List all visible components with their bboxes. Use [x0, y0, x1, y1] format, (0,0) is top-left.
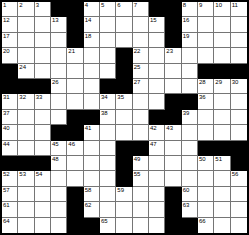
clue-number-32: 32: [19, 94, 26, 101]
crossword-puzzle: 1234567891011121314151617181920212223242…: [0, 0, 249, 235]
cell-r14c1[interactable]: 61: [2, 202, 18, 217]
cell-r8c3[interactable]: [35, 110, 51, 125]
cell-r6c14[interactable]: 29: [214, 79, 230, 94]
cell-r12c15[interactable]: 56: [231, 171, 247, 186]
cell-r15c1[interactable]: 64: [2, 218, 18, 233]
black-cell-r8c11: [165, 110, 181, 125]
black-cell-r6c1: [2, 79, 18, 94]
cell-r13c9[interactable]: [133, 187, 149, 202]
clue-number-31: 31: [3, 94, 10, 101]
cell-r14c7[interactable]: [100, 202, 116, 217]
black-cell-r5c15: [231, 64, 247, 79]
cell-r1c9[interactable]: 7: [133, 2, 149, 17]
cell-r2c12[interactable]: 16: [182, 17, 198, 32]
cell-r8c8[interactable]: [116, 110, 132, 125]
black-cell-r5c14: [214, 64, 230, 79]
black-cell-r5c1: [2, 64, 18, 79]
cell-r9c7[interactable]: [100, 125, 116, 140]
cell-r10c12[interactable]: [182, 141, 198, 156]
cell-r13c7[interactable]: [100, 187, 116, 202]
cell-r11c13[interactable]: 50: [198, 156, 214, 171]
cell-r7c10[interactable]: [149, 94, 165, 109]
clue-number-21: 21: [68, 48, 75, 55]
cell-r14c6[interactable]: 62: [84, 202, 100, 217]
clue-number-9: 9: [199, 2, 202, 9]
black-cell-r9c5: [67, 125, 83, 140]
cell-r8c9[interactable]: [133, 110, 149, 125]
cell-r8c15[interactable]: [231, 110, 247, 125]
cell-r3c2[interactable]: [18, 33, 34, 48]
cell-r13c4[interactable]: [51, 187, 67, 202]
cell-r10c10[interactable]: 47: [149, 141, 165, 156]
cell-r5c5[interactable]: [67, 64, 83, 79]
cell-r5c12[interactable]: [182, 64, 198, 79]
cell-r7c2[interactable]: 32: [18, 94, 34, 109]
cell-r7c1[interactable]: 31: [2, 94, 18, 109]
cell-r2c6[interactable]: 14: [84, 17, 100, 32]
clue-number-56: 56: [232, 171, 239, 178]
cell-r3c4[interactable]: [51, 33, 67, 48]
cell-r8c1[interactable]: 37: [2, 110, 18, 125]
black-cell-r11c8: [116, 156, 132, 171]
clue-number-24: 24: [19, 64, 26, 71]
cell-r10c2[interactable]: [18, 141, 34, 156]
cell-r5c10[interactable]: [149, 64, 165, 79]
clue-number-19: 19: [183, 33, 190, 40]
cell-r15c3[interactable]: [35, 218, 51, 233]
cell-r3c3[interactable]: [35, 33, 51, 48]
clue-number-23: 23: [166, 48, 173, 55]
clue-number-65: 65: [101, 218, 108, 225]
cell-r4c1[interactable]: 20: [2, 48, 18, 63]
cell-r1c1[interactable]: 1: [2, 2, 18, 17]
cell-r8c12[interactable]: 39: [182, 110, 198, 125]
cell-r13c10[interactable]: [149, 187, 165, 202]
cell-r6c9[interactable]: 27: [133, 79, 149, 94]
cell-r4c10[interactable]: [149, 48, 165, 63]
black-cell-r11c15: [231, 156, 247, 171]
cell-r3c1[interactable]: 17: [2, 33, 18, 48]
cell-r14c12[interactable]: 63: [182, 202, 198, 217]
cell-r8c7[interactable]: 38: [100, 110, 116, 125]
cell-r11c5[interactable]: [67, 156, 83, 171]
cell-r11c14[interactable]: 51: [214, 156, 230, 171]
cell-r2c7[interactable]: [100, 17, 116, 32]
cell-r14c8[interactable]: [116, 202, 132, 217]
black-cell-r9c4: [51, 125, 67, 140]
cell-r3c9[interactable]: [133, 33, 149, 48]
cell-r3c8[interactable]: [116, 33, 132, 48]
cell-r7c6[interactable]: [84, 94, 100, 109]
clue-number-11: 11: [232, 2, 238, 9]
cell-r10c3[interactable]: [35, 141, 51, 156]
clue-number-46: 46: [68, 141, 75, 148]
clue-number-43: 43: [166, 125, 173, 132]
black-cell-r11c1: [2, 156, 18, 171]
clue-number-15: 15: [150, 17, 157, 24]
clue-number-51: 51: [215, 156, 222, 163]
black-cell-r13c11: [165, 187, 181, 202]
black-cell-r11c2: [18, 156, 34, 171]
cell-r8c2[interactable]: [18, 110, 34, 125]
cell-r8c13[interactable]: [198, 110, 214, 125]
cell-r4c14[interactable]: [214, 48, 230, 63]
black-cell-r3c5: [67, 33, 83, 48]
cell-r2c3[interactable]: [35, 17, 51, 32]
cell-r11c6[interactable]: [84, 156, 100, 171]
cell-r15c13[interactable]: 66: [198, 218, 214, 233]
cell-r4c9[interactable]: 22: [133, 48, 149, 63]
cell-r12c2[interactable]: 53: [18, 171, 34, 186]
cell-r5c3[interactable]: [35, 64, 51, 79]
black-cell-r6c7: [100, 79, 116, 94]
cell-r10c5[interactable]: 46: [67, 141, 83, 156]
cell-r14c10[interactable]: [149, 202, 165, 217]
cell-r12c9[interactable]: 55: [133, 171, 149, 186]
cell-r12c13[interactable]: [198, 171, 214, 186]
black-cell-r15c12: [182, 218, 198, 233]
black-cell-r15c11: [165, 218, 181, 233]
cell-r15c14[interactable]: [214, 218, 230, 233]
clue-number-37: 37: [3, 110, 10, 117]
black-cell-r6c2: [18, 79, 34, 94]
clue-number-45: 45: [52, 141, 59, 148]
cell-r9c1[interactable]: 40: [2, 125, 18, 140]
cell-r5c4[interactable]: [51, 64, 67, 79]
cell-r15c15[interactable]: [231, 218, 247, 233]
clue-number-10: 10: [215, 2, 222, 9]
cell-r6c12[interactable]: [182, 79, 198, 94]
cell-r15c8[interactable]: [116, 218, 132, 233]
clue-number-63: 63: [183, 202, 190, 209]
cell-r14c2[interactable]: [18, 202, 34, 217]
cell-r7c5[interactable]: [67, 94, 83, 109]
cell-r12c4[interactable]: [51, 171, 67, 186]
black-cell-r1c10: [149, 2, 165, 17]
clue-number-33: 33: [36, 94, 43, 101]
clue-number-42: 42: [150, 125, 157, 132]
clue-number-44: 44: [3, 141, 10, 148]
clue-number-54: 54: [36, 171, 43, 178]
black-cell-r15c6: [84, 218, 100, 233]
clue-number-7: 7: [134, 2, 137, 9]
clue-number-14: 14: [85, 17, 92, 24]
black-cell-r7c12: [182, 94, 198, 109]
cell-r9c12[interactable]: [182, 125, 198, 140]
clue-number-18: 18: [85, 33, 92, 40]
cell-r15c9[interactable]: [133, 218, 149, 233]
cell-r12c5[interactable]: [67, 171, 83, 186]
clue-number-62: 62: [85, 202, 92, 209]
cell-r9c9[interactable]: [133, 125, 149, 140]
cell-r4c7[interactable]: [100, 48, 116, 63]
cell-r10c1[interactable]: 44: [2, 141, 18, 156]
cell-r10c11[interactable]: [165, 141, 181, 156]
cell-r7c3[interactable]: 33: [35, 94, 51, 109]
cell-r7c4[interactable]: [51, 94, 67, 109]
cell-r2c1[interactable]: 12: [2, 17, 18, 32]
cell-r9c11[interactable]: 43: [165, 125, 181, 140]
black-cell-r8c10: [149, 110, 165, 125]
cell-r4c12[interactable]: [182, 48, 198, 63]
cell-r11c10[interactable]: [149, 156, 165, 171]
crossword-grid: 1234567891011121314151617181920212223242…: [0, 0, 249, 235]
clue-number-64: 64: [3, 218, 10, 225]
cell-r10c6[interactable]: [84, 141, 100, 156]
cell-r12c14[interactable]: [214, 171, 230, 186]
clue-number-53: 53: [19, 171, 26, 178]
cell-r12c12[interactable]: [182, 171, 198, 186]
clue-number-12: 12: [3, 17, 10, 24]
black-cell-r15c5: [67, 218, 83, 233]
cell-r2c10[interactable]: 15: [149, 17, 165, 32]
cell-r8c14[interactable]: [214, 110, 230, 125]
cell-r11c4[interactable]: 48: [51, 156, 67, 171]
cell-r3c13[interactable]: [198, 33, 214, 48]
cell-r13c2[interactable]: [18, 187, 34, 202]
cell-r14c15[interactable]: [231, 202, 247, 217]
black-cell-r3c11: [165, 33, 181, 48]
black-cell-r10c8: [116, 141, 132, 156]
cell-r14c9[interactable]: [133, 202, 149, 217]
clue-number-5: 5: [101, 2, 104, 9]
cell-r7c7[interactable]: 34: [100, 94, 116, 109]
cell-r9c2[interactable]: [18, 125, 34, 140]
cell-r7c8[interactable]: 35: [116, 94, 132, 109]
black-cell-r1c5: [67, 2, 83, 17]
black-cell-r2c11: [165, 17, 181, 32]
clue-number-35: 35: [117, 94, 124, 101]
cell-r15c10[interactable]: [149, 218, 165, 233]
black-cell-r10c9: [133, 141, 149, 156]
cell-r10c7[interactable]: [100, 141, 116, 156]
cell-r14c13[interactable]: [198, 202, 214, 217]
cell-r12c3[interactable]: 54: [35, 171, 51, 186]
cell-r13c6[interactable]: 58: [84, 187, 100, 202]
cell-r4c6[interactable]: [84, 48, 100, 63]
clue-number-49: 49: [134, 156, 141, 163]
cell-r5c11[interactable]: [165, 64, 181, 79]
cell-r1c3[interactable]: 3: [35, 2, 51, 17]
cell-r7c15[interactable]: [231, 94, 247, 109]
black-cell-r8c5: [67, 110, 83, 125]
clue-number-3: 3: [36, 2, 39, 9]
cell-r13c3[interactable]: [35, 187, 51, 202]
cell-r4c13[interactable]: [198, 48, 214, 63]
cell-r12c6[interactable]: [84, 171, 100, 186]
cell-r7c9[interactable]: [133, 94, 149, 109]
cell-r13c13[interactable]: [198, 187, 214, 202]
clue-number-13: 13: [52, 17, 59, 24]
clue-number-38: 38: [101, 110, 108, 117]
cell-r4c5[interactable]: 21: [67, 48, 83, 63]
cell-r2c9[interactable]: [133, 17, 149, 32]
cell-r4c11[interactable]: 23: [165, 48, 181, 63]
black-cell-r5c13: [198, 64, 214, 79]
clue-number-8: 8: [183, 2, 186, 9]
black-cell-r10c14: [214, 141, 230, 156]
cell-r8c4[interactable]: [51, 110, 67, 125]
cell-r6c15[interactable]: 30: [231, 79, 247, 94]
clue-number-34: 34: [101, 94, 108, 101]
black-cell-r6c8: [116, 79, 132, 94]
cell-r12c11[interactable]: [165, 171, 181, 186]
cell-r13c12[interactable]: 60: [182, 187, 198, 202]
black-cell-r13c5: [67, 187, 83, 202]
cell-r13c15[interactable]: [231, 187, 247, 202]
clue-number-20: 20: [3, 48, 10, 55]
clue-number-25: 25: [134, 64, 141, 71]
cell-r2c15[interactable]: [231, 17, 247, 32]
cell-r14c14[interactable]: [214, 202, 230, 217]
cell-r9c13[interactable]: [198, 125, 214, 140]
cell-r10c4[interactable]: 45: [51, 141, 67, 156]
clue-number-29: 29: [215, 79, 222, 86]
clue-number-52: 52: [3, 171, 10, 178]
cell-r1c15[interactable]: 11: [231, 2, 247, 17]
cell-r1c8[interactable]: 6: [116, 2, 132, 17]
clue-number-1: 1: [3, 2, 6, 9]
black-cell-r8c6: [84, 110, 100, 125]
cell-r1c12[interactable]: 8: [182, 2, 198, 17]
cell-r2c8[interactable]: [116, 17, 132, 32]
clue-number-58: 58: [85, 187, 92, 194]
cell-r6c6[interactable]: [84, 79, 100, 94]
cell-r3c7[interactable]: [100, 33, 116, 48]
cell-r4c3[interactable]: [35, 48, 51, 63]
clue-number-2: 2: [19, 2, 22, 9]
clue-number-27: 27: [134, 79, 141, 86]
cell-r6c10[interactable]: [149, 79, 165, 94]
clue-number-57: 57: [3, 187, 10, 194]
cell-r15c7[interactable]: 65: [100, 218, 116, 233]
cell-r5c7[interactable]: [100, 64, 116, 79]
black-cell-r1c4: [51, 2, 67, 17]
cell-r2c4[interactable]: 13: [51, 17, 67, 32]
black-cell-r11c3: [35, 156, 51, 171]
cell-r12c7[interactable]: [100, 171, 116, 186]
black-cell-r14c11: [165, 202, 181, 217]
cell-r9c10[interactable]: 42: [149, 125, 165, 140]
cell-r11c11[interactable]: [165, 156, 181, 171]
cell-r1c7[interactable]: 5: [100, 2, 116, 17]
black-cell-r5c8: [116, 64, 132, 79]
cell-r14c3[interactable]: [35, 202, 51, 217]
black-cell-r10c15: [231, 141, 247, 156]
cell-r9c3[interactable]: [35, 125, 51, 140]
cell-r5c6[interactable]: [84, 64, 100, 79]
cell-r13c8[interactable]: 59: [116, 187, 132, 202]
clue-number-4: 4: [85, 2, 88, 9]
cell-r1c2[interactable]: 2: [18, 2, 34, 17]
cell-r11c12[interactable]: [182, 156, 198, 171]
cell-r3c14[interactable]: [214, 33, 230, 48]
cell-r13c14[interactable]: [214, 187, 230, 202]
black-cell-r2c5: [67, 17, 83, 32]
cell-r15c2[interactable]: [18, 218, 34, 233]
black-cell-r10c13: [198, 141, 214, 156]
clue-number-28: 28: [199, 79, 206, 86]
cell-r6c13[interactable]: 28: [198, 79, 214, 94]
clue-number-17: 17: [3, 33, 10, 40]
black-cell-r1c11: [165, 2, 181, 17]
cell-r9c14[interactable]: [214, 125, 230, 140]
clue-number-6: 6: [117, 2, 120, 9]
clue-number-40: 40: [3, 125, 10, 132]
cell-r9c8[interactable]: [116, 125, 132, 140]
cell-r2c14[interactable]: [214, 17, 230, 32]
cell-r5c2[interactable]: 24: [18, 64, 34, 79]
cell-r2c2[interactable]: [18, 17, 34, 32]
cell-r11c7[interactable]: [100, 156, 116, 171]
cell-r7c13[interactable]: 36: [198, 94, 214, 109]
cell-r4c15[interactable]: [231, 48, 247, 63]
cell-r4c4[interactable]: [51, 48, 67, 63]
cell-r13c1[interactable]: 57: [2, 187, 18, 202]
cell-r5c9[interactable]: 25: [133, 64, 149, 79]
black-cell-r14c5: [67, 202, 83, 217]
clue-number-47: 47: [150, 141, 157, 148]
cell-r9c15[interactable]: [231, 125, 247, 140]
clue-number-61: 61: [3, 202, 10, 209]
clue-number-30: 30: [232, 79, 239, 86]
cell-r3c12[interactable]: 19: [182, 33, 198, 48]
clue-number-39: 39: [183, 110, 190, 117]
cell-r1c14[interactable]: 10: [214, 2, 230, 17]
cell-r3c10[interactable]: [149, 33, 165, 48]
cell-r1c6[interactable]: 4: [84, 2, 100, 17]
clue-number-59: 59: [117, 187, 124, 194]
clue-number-22: 22: [134, 48, 141, 55]
clue-number-60: 60: [183, 187, 190, 194]
cell-r7c14[interactable]: [214, 94, 230, 109]
cell-r3c6[interactable]: 18: [84, 33, 100, 48]
cell-r12c1[interactable]: 52: [2, 171, 18, 186]
clue-number-50: 50: [199, 156, 206, 163]
cell-r1c13[interactable]: 9: [198, 2, 214, 17]
black-cell-r7c11: [165, 94, 181, 109]
black-cell-r12c8: [116, 171, 132, 186]
clue-number-16: 16: [183, 17, 190, 24]
cell-r14c4[interactable]: [51, 202, 67, 217]
cell-r3c15[interactable]: [231, 33, 247, 48]
clue-number-66: 66: [199, 218, 206, 225]
cell-r15c4[interactable]: [51, 218, 67, 233]
cell-r2c13[interactable]: [198, 17, 214, 32]
black-cell-r6c3: [35, 79, 51, 94]
clue-number-26: 26: [52, 79, 59, 86]
black-cell-r4c8: [116, 48, 132, 63]
cell-r12c10[interactable]: [149, 171, 165, 186]
clue-number-55: 55: [134, 171, 141, 178]
cell-r4c2[interactable]: [18, 48, 34, 63]
cell-r6c4[interactable]: 26: [51, 79, 67, 94]
cell-r9c6[interactable]: 41: [84, 125, 100, 140]
cell-r11c9[interactable]: 49: [133, 156, 149, 171]
clue-number-48: 48: [52, 156, 59, 163]
cell-r6c11[interactable]: [165, 79, 181, 94]
cell-r6c5[interactable]: [67, 79, 83, 94]
clue-number-41: 41: [85, 125, 92, 132]
clue-number-36: 36: [199, 94, 206, 101]
